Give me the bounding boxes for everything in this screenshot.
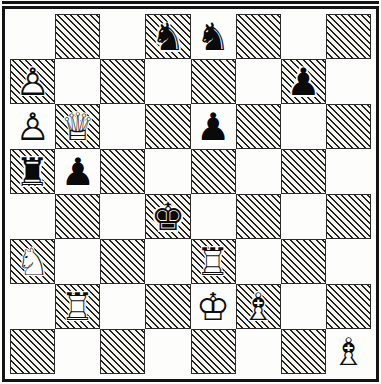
pawn-glyph: ♟	[191, 104, 236, 149]
square-c3[interactable]	[100, 239, 145, 284]
square-f1[interactable]	[236, 329, 281, 374]
white-rook-piece[interactable]: ♜♖	[55, 284, 100, 329]
board-frame: ♞♞♟♙♟♟♙♛♕♟♜♟♚♞♘♜♖♜♖♚♔♝♗♝♗	[2, 6, 379, 382]
pawn-glyph: ♟	[55, 149, 100, 194]
square-e2[interactable]: ♚♔	[191, 284, 236, 329]
square-f2[interactable]: ♝♗	[236, 284, 281, 329]
square-c5[interactable]	[100, 149, 145, 194]
square-h4[interactable]	[326, 194, 371, 239]
square-c6[interactable]	[100, 104, 145, 149]
square-b4[interactable]	[55, 194, 100, 239]
square-f4[interactable]	[236, 194, 281, 239]
square-c7[interactable]	[100, 59, 145, 104]
square-a2[interactable]	[10, 284, 55, 329]
square-h3[interactable]	[326, 239, 371, 284]
white-queen-piece[interactable]: ♛♕	[55, 104, 100, 149]
square-d5[interactable]	[145, 149, 190, 194]
top-rule-line	[2, 1, 379, 4]
square-f8[interactable]	[236, 14, 281, 59]
black-pawn-piece[interactable]: ♟	[281, 59, 326, 104]
bishop-glyph-outline: ♗	[236, 284, 281, 329]
square-d8[interactable]: ♞	[145, 14, 190, 59]
square-e1[interactable]	[191, 329, 236, 374]
square-c1[interactable]	[100, 329, 145, 374]
square-c4[interactable]	[100, 194, 145, 239]
square-h6[interactable]	[326, 104, 371, 149]
square-g5[interactable]	[281, 149, 326, 194]
square-g1[interactable]	[281, 329, 326, 374]
knight-glyph-outline: ♘	[10, 239, 55, 284]
square-f7[interactable]	[236, 59, 281, 104]
square-a4[interactable]	[10, 194, 55, 239]
square-e6[interactable]: ♟	[191, 104, 236, 149]
square-b8[interactable]	[55, 14, 100, 59]
square-a1[interactable]	[10, 329, 55, 374]
square-d4[interactable]: ♚	[145, 194, 190, 239]
square-d7[interactable]	[145, 59, 190, 104]
rook-glyph-outline: ♖	[55, 284, 100, 329]
square-h5[interactable]	[326, 149, 371, 194]
square-g3[interactable]	[281, 239, 326, 284]
square-g7[interactable]: ♟	[281, 59, 326, 104]
knight-glyph: ♞	[191, 14, 236, 59]
square-g4[interactable]	[281, 194, 326, 239]
square-f6[interactable]	[236, 104, 281, 149]
black-king-piece[interactable]: ♚	[145, 194, 190, 239]
knight-glyph: ♞	[145, 14, 190, 59]
black-knight-piece[interactable]: ♞	[145, 14, 190, 59]
square-a8[interactable]	[10, 14, 55, 59]
square-a3[interactable]: ♞♘	[10, 239, 55, 284]
king-glyph: ♚	[145, 194, 190, 239]
white-bishop-piece[interactable]: ♝♗	[236, 284, 281, 329]
square-f5[interactable]	[236, 149, 281, 194]
black-knight-piece[interactable]: ♞	[191, 14, 236, 59]
square-a7[interactable]: ♟♙	[10, 59, 55, 104]
square-b6[interactable]: ♛♕	[55, 104, 100, 149]
square-b2[interactable]: ♜♖	[55, 284, 100, 329]
pawn-glyph: ♟	[281, 59, 326, 104]
square-e7[interactable]	[191, 59, 236, 104]
bishop-glyph-outline: ♗	[326, 329, 371, 374]
rook-glyph: ♜	[10, 149, 55, 194]
chess-diagram: ♞♞♟♙♟♟♙♛♕♟♜♟♚♞♘♜♖♜♖♚♔♝♗♝♗	[0, 0, 381, 384]
square-h1[interactable]: ♝♗	[326, 329, 371, 374]
square-d2[interactable]	[145, 284, 190, 329]
king-glyph-outline: ♔	[191, 284, 236, 329]
chess-board: ♞♞♟♙♟♟♙♛♕♟♜♟♚♞♘♜♖♜♖♚♔♝♗♝♗	[10, 14, 371, 374]
square-c8[interactable]	[100, 14, 145, 59]
square-b3[interactable]	[55, 239, 100, 284]
white-pawn-piece[interactable]: ♟♙	[10, 59, 55, 104]
square-c2[interactable]	[100, 284, 145, 329]
white-king-piece[interactable]: ♚♔	[191, 284, 236, 329]
square-g6[interactable]	[281, 104, 326, 149]
white-pawn-piece[interactable]: ♟♙	[10, 104, 55, 149]
square-e3[interactable]: ♜♖	[191, 239, 236, 284]
square-d3[interactable]	[145, 239, 190, 284]
square-g8[interactable]	[281, 14, 326, 59]
pawn-glyph-outline: ♙	[10, 104, 55, 149]
square-b5[interactable]: ♟	[55, 149, 100, 194]
square-h7[interactable]	[326, 59, 371, 104]
square-d6[interactable]	[145, 104, 190, 149]
black-rook-piece[interactable]: ♜	[10, 149, 55, 194]
black-pawn-piece[interactable]: ♟	[191, 104, 236, 149]
queen-glyph-outline: ♕	[55, 104, 100, 149]
square-f3[interactable]	[236, 239, 281, 284]
square-a5[interactable]: ♜	[10, 149, 55, 194]
square-g2[interactable]	[281, 284, 326, 329]
square-a6[interactable]: ♟♙	[10, 104, 55, 149]
square-d1[interactable]	[145, 329, 190, 374]
white-knight-piece[interactable]: ♞♘	[10, 239, 55, 284]
black-pawn-piece[interactable]: ♟	[55, 149, 100, 194]
square-e5[interactable]	[191, 149, 236, 194]
white-rook-piece[interactable]: ♜♖	[191, 239, 236, 284]
square-b7[interactable]	[55, 59, 100, 104]
square-e8[interactable]: ♞	[191, 14, 236, 59]
pawn-glyph-outline: ♙	[10, 59, 55, 104]
white-bishop-piece[interactable]: ♝♗	[326, 329, 371, 374]
square-h8[interactable]	[326, 14, 371, 59]
square-b1[interactable]	[55, 329, 100, 374]
square-h2[interactable]	[326, 284, 371, 329]
rook-glyph-outline: ♖	[191, 239, 236, 284]
square-e4[interactable]	[191, 194, 236, 239]
